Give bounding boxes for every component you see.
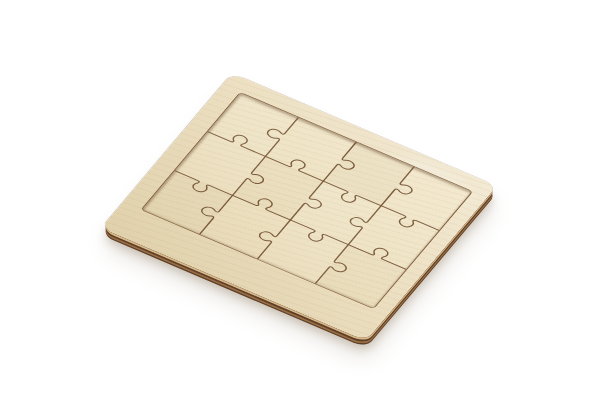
puzzle-board [101,73,497,341]
tray-recess [140,92,473,309]
photo-background [0,0,600,410]
puzzle-grid [142,93,472,308]
wooden-tray [101,73,497,341]
